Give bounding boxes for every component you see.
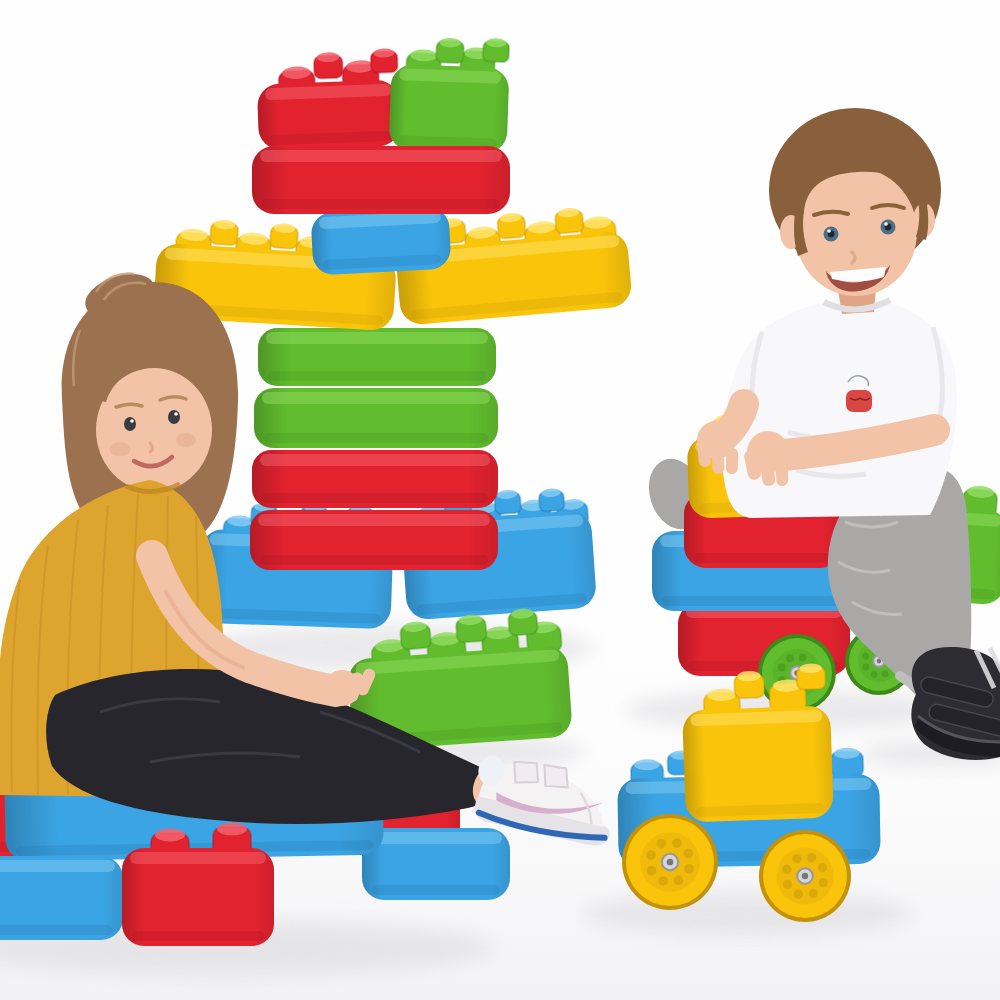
boy-shoe [911, 647, 1000, 760]
frontcar-wheel-right [759, 830, 851, 922]
photo-scene [0, 0, 1000, 1000]
girl-eye-right [168, 410, 180, 424]
shadow-front-car [583, 892, 913, 936]
seat-blue-lower-left [0, 856, 123, 940]
figure-torso-red-upper [252, 450, 498, 508]
scene-svg [0, 0, 1000, 1000]
girl-eye-left [124, 417, 136, 431]
frontcar-wheel-left [622, 814, 718, 910]
figure-neck-blue [310, 206, 451, 275]
figure-torso-green-upper [258, 328, 496, 386]
seat-blue-lower-right [362, 828, 510, 900]
figure-torso-red-lower [250, 510, 498, 570]
figure-torso-green-lower [254, 388, 498, 448]
figure-head-base-red [252, 146, 510, 214]
